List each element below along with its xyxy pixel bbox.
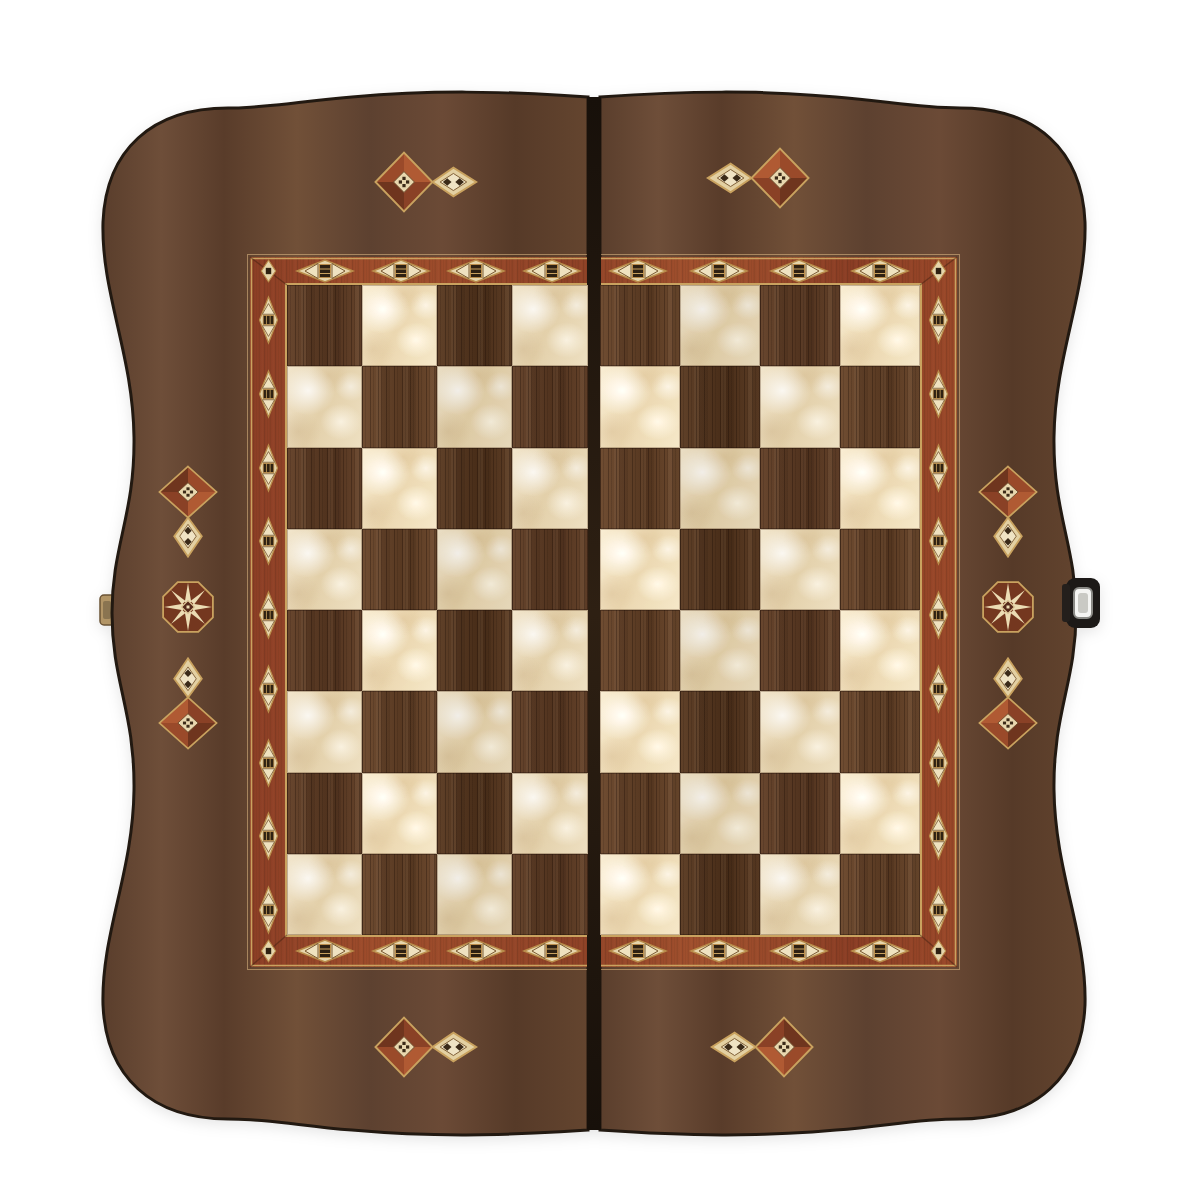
square-g4[interactable] bbox=[760, 610, 840, 691]
right-latch-clasp bbox=[1062, 578, 1100, 628]
square-f5[interactable] bbox=[680, 529, 760, 610]
border-diamond-motifs-left bbox=[259, 297, 277, 933]
hinge-gap bbox=[588, 691, 600, 772]
square-g5[interactable] bbox=[760, 529, 840, 610]
hinge-gap bbox=[588, 854, 600, 935]
hinge-gap bbox=[588, 448, 600, 529]
square-b7[interactable] bbox=[362, 366, 437, 447]
hinge-gap bbox=[588, 529, 600, 610]
square-a6[interactable] bbox=[287, 448, 362, 529]
square-d8[interactable] bbox=[512, 285, 588, 366]
square-h2[interactable] bbox=[840, 773, 920, 854]
square-c2[interactable] bbox=[437, 773, 512, 854]
square-d7[interactable] bbox=[512, 366, 588, 447]
square-b5[interactable] bbox=[362, 529, 437, 610]
square-g8[interactable] bbox=[760, 285, 840, 366]
square-d5[interactable] bbox=[512, 529, 588, 610]
square-c8[interactable] bbox=[437, 285, 512, 366]
square-e6[interactable] bbox=[600, 448, 680, 529]
square-a8[interactable] bbox=[287, 285, 362, 366]
square-c4[interactable] bbox=[437, 610, 512, 691]
square-b1[interactable] bbox=[362, 854, 437, 935]
square-f2[interactable] bbox=[680, 773, 760, 854]
square-f6[interactable] bbox=[680, 448, 760, 529]
square-g7[interactable] bbox=[760, 366, 840, 447]
square-c5[interactable] bbox=[437, 529, 512, 610]
square-h6[interactable] bbox=[840, 448, 920, 529]
chessboard bbox=[287, 285, 920, 935]
square-e7[interactable] bbox=[600, 366, 680, 447]
square-h7[interactable] bbox=[840, 366, 920, 447]
square-e4[interactable] bbox=[600, 610, 680, 691]
square-a2[interactable] bbox=[287, 773, 362, 854]
square-h4[interactable] bbox=[840, 610, 920, 691]
square-b8[interactable] bbox=[362, 285, 437, 366]
square-g6[interactable] bbox=[760, 448, 840, 529]
square-g2[interactable] bbox=[760, 773, 840, 854]
square-a3[interactable] bbox=[287, 691, 362, 772]
square-a4[interactable] bbox=[287, 610, 362, 691]
square-d3[interactable] bbox=[512, 691, 588, 772]
square-h3[interactable] bbox=[840, 691, 920, 772]
star-medallion-left bbox=[163, 582, 213, 632]
square-f4[interactable] bbox=[680, 610, 760, 691]
square-d4[interactable] bbox=[512, 610, 588, 691]
square-d1[interactable] bbox=[512, 854, 588, 935]
square-a5[interactable] bbox=[287, 529, 362, 610]
square-e8[interactable] bbox=[600, 285, 680, 366]
square-b2[interactable] bbox=[362, 773, 437, 854]
square-e1[interactable] bbox=[600, 854, 680, 935]
square-b3[interactable] bbox=[362, 691, 437, 772]
square-c7[interactable] bbox=[437, 366, 512, 447]
square-e3[interactable] bbox=[600, 691, 680, 772]
square-h8[interactable] bbox=[840, 285, 920, 366]
square-b4[interactable] bbox=[362, 610, 437, 691]
square-e2[interactable] bbox=[600, 773, 680, 854]
square-d6[interactable] bbox=[512, 448, 588, 529]
border-diamond-motifs-right bbox=[929, 297, 947, 933]
hinge-gap bbox=[588, 366, 600, 447]
square-h5[interactable] bbox=[840, 529, 920, 610]
square-g1[interactable] bbox=[760, 854, 840, 935]
square-c3[interactable] bbox=[437, 691, 512, 772]
square-f1[interactable] bbox=[680, 854, 760, 935]
square-c1[interactable] bbox=[437, 854, 512, 935]
hinge-gap bbox=[588, 285, 600, 366]
square-d2[interactable] bbox=[512, 773, 588, 854]
square-b6[interactable] bbox=[362, 448, 437, 529]
product-photo bbox=[0, 0, 1200, 1200]
square-h1[interactable] bbox=[840, 854, 920, 935]
square-e5[interactable] bbox=[600, 529, 680, 610]
square-g3[interactable] bbox=[760, 691, 840, 772]
hinge-gap bbox=[588, 610, 600, 691]
square-c6[interactable] bbox=[437, 448, 512, 529]
square-a1[interactable] bbox=[287, 854, 362, 935]
star-medallion-right bbox=[983, 582, 1033, 632]
square-f3[interactable] bbox=[680, 691, 760, 772]
square-f8[interactable] bbox=[680, 285, 760, 366]
hinge-gap bbox=[588, 773, 600, 854]
square-f7[interactable] bbox=[680, 366, 760, 447]
square-a7[interactable] bbox=[287, 366, 362, 447]
